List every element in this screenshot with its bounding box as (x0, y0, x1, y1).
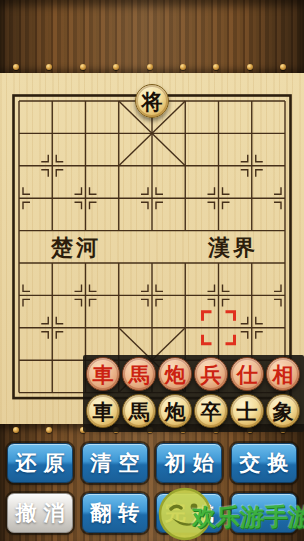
button-交换[interactable]: 交换 (231, 443, 297, 483)
button-row-1: 还原清空初始交换 (7, 443, 297, 483)
tray-piece-black-炮[interactable]: 炮 (158, 394, 192, 428)
button-撤消[interactable]: 撤消 (7, 493, 73, 533)
tray-row-red: 車馬炮兵仕相 (86, 357, 304, 391)
button-翻转[interactable]: 翻转 (82, 493, 148, 533)
tray-piece-black-象[interactable]: 象 (266, 394, 300, 428)
stud-decoration (147, 64, 153, 70)
button-初始[interactable]: 初始 (156, 443, 222, 483)
tray-piece-red-兵[interactable]: 兵 (194, 357, 228, 391)
button-完成[interactable]: 完成 (156, 493, 222, 533)
button-清空[interactable]: 清空 (82, 443, 148, 483)
stud-decoration (180, 64, 186, 70)
bottom-wood-band: 还原清空初始交换 撤消翻转完成 (0, 424, 304, 541)
tray-piece-red-炮[interactable]: 炮 (158, 357, 192, 391)
piece-tray: 車馬炮兵仕相 車馬炮卒士象 (83, 355, 304, 432)
top-wood-band (0, 0, 304, 73)
button-unlabeled[interactable] (231, 493, 297, 533)
river-label-left: 楚河 (51, 234, 101, 260)
stud-row-top (0, 64, 304, 72)
river-label-right: 漢界 (208, 234, 258, 260)
tray-piece-red-馬[interactable]: 馬 (122, 357, 156, 391)
tray-piece-black-馬[interactable]: 馬 (122, 394, 156, 428)
stud-decoration (46, 427, 52, 433)
black-general-piece[interactable]: 将 (135, 84, 169, 118)
stud-decoration (213, 64, 219, 70)
tray-piece-black-卒[interactable]: 卒 (194, 394, 228, 428)
app-window: 楚河 漢界 将 車馬炮兵仕相 車馬炮卒士象 还原清空初始交换 撤消翻转完成 欢乐… (0, 0, 304, 541)
stud-decoration (46, 64, 52, 70)
tray-piece-black-車[interactable]: 車 (86, 394, 120, 428)
tray-piece-red-相[interactable]: 相 (266, 357, 300, 391)
button-row-2: 撤消翻转完成 (7, 493, 297, 533)
stud-decoration (113, 64, 119, 70)
stud-decoration (80, 64, 86, 70)
stud-decoration (13, 427, 19, 433)
stud-decoration (247, 64, 253, 70)
button-还原[interactable]: 还原 (7, 443, 73, 483)
tray-piece-red-車[interactable]: 車 (86, 357, 120, 391)
tray-piece-black-士[interactable]: 士 (230, 394, 264, 428)
stud-decoration (13, 64, 19, 70)
board-paper: 楚河 漢界 将 車馬炮兵仕相 車馬炮卒士象 (0, 73, 304, 424)
stud-decoration (280, 64, 286, 70)
tray-row-black: 車馬炮卒士象 (86, 394, 304, 428)
tray-piece-red-仕[interactable]: 仕 (230, 357, 264, 391)
